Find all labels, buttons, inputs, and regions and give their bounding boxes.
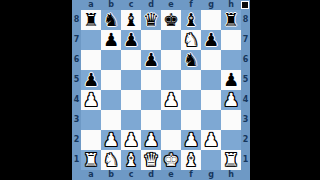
piece-white-bishop: ♝ [123,150,139,170]
square-c2[interactable]: ♟ [121,130,141,150]
square-b1[interactable]: ♞ [101,150,121,170]
piece-black-knight: ♞ [103,10,119,30]
rank-label-4: 4 [72,90,81,110]
piece-white-bishop: ♝ [183,150,199,170]
rank-label-2: 2 [72,130,81,150]
rank-label-2: 2 [241,130,250,150]
square-c1[interactable]: ♝ [121,150,141,170]
square-f7[interactable]: ♞ [181,30,201,50]
square-e2[interactable] [161,130,181,150]
rank-label-1: 1 [72,150,81,170]
file-label-c: c [121,0,141,10]
file-label-h: h [221,0,241,10]
file-label-g: g [201,0,221,10]
piece-white-knight: ♞ [183,30,199,50]
square-b4[interactable] [101,90,121,110]
square-g5[interactable] [201,70,221,90]
square-g2[interactable]: ♟ [201,130,221,150]
square-h4[interactable]: ♟ [221,90,241,110]
square-h6[interactable] [221,50,241,70]
square-a4[interactable]: ♟ [81,90,101,110]
piece-black-pawn: ♟ [103,30,119,50]
square-c3[interactable] [121,110,141,130]
square-a3[interactable] [81,110,101,130]
piece-white-pawn: ♟ [203,130,219,150]
square-g7[interactable]: ♟ [201,30,221,50]
piece-black-pawn: ♟ [123,30,139,50]
square-f8[interactable]: ♝ [181,10,201,30]
rank-labels-right: 87654321 [241,10,250,170]
square-f3[interactable] [181,110,201,130]
square-g1[interactable] [201,150,221,170]
square-d8[interactable]: ♛ [141,10,161,30]
video-frame: abcdefgh 87654321 87654321 abcdefgh ♜♞♝♛… [0,0,320,180]
file-label-d: d [141,170,161,180]
square-g8[interactable] [201,10,221,30]
rank-labels-left: 87654321 [72,10,81,170]
square-a2[interactable] [81,130,101,150]
file-labels-bottom: abcdefgh [81,170,241,180]
rank-label-8: 8 [241,10,250,30]
file-label-g: g [201,170,221,180]
square-e5[interactable] [161,70,181,90]
square-a6[interactable] [81,50,101,70]
file-label-e: e [161,170,181,180]
rank-label-3: 3 [241,110,250,130]
square-e1[interactable]: ♚ [161,150,181,170]
square-h8[interactable]: ♜ [221,10,241,30]
square-b6[interactable] [101,50,121,70]
rank-label-5: 5 [241,70,250,90]
square-g6[interactable] [201,50,221,70]
piece-white-pawn: ♟ [83,90,99,110]
file-label-f: f [181,170,201,180]
square-a7[interactable] [81,30,101,50]
square-b7[interactable]: ♟ [101,30,121,50]
square-d4[interactable] [141,90,161,110]
rank-label-6: 6 [72,50,81,70]
square-c4[interactable] [121,90,141,110]
piece-white-knight: ♞ [103,150,119,170]
square-g3[interactable] [201,110,221,130]
square-f6[interactable]: ♞ [181,50,201,70]
piece-white-pawn: ♟ [103,130,119,150]
piece-black-pawn: ♟ [203,30,219,50]
square-h5[interactable]: ♟ [221,70,241,90]
file-label-h: h [221,170,241,180]
piece-black-king: ♚ [163,10,179,30]
piece-black-rook: ♜ [83,10,99,30]
square-b8[interactable]: ♞ [101,10,121,30]
piece-black-bishop: ♝ [183,10,199,30]
square-a1[interactable]: ♜ [81,150,101,170]
square-f5[interactable] [181,70,201,90]
square-b3[interactable] [101,110,121,130]
rank-label-3: 3 [72,110,81,130]
rank-label-7: 7 [241,30,250,50]
piece-white-king: ♚ [163,150,179,170]
piece-black-knight: ♞ [183,50,199,70]
file-label-d: d [141,0,161,10]
piece-black-pawn: ♟ [143,50,159,70]
piece-white-pawn: ♟ [143,130,159,150]
square-e3[interactable] [161,110,181,130]
square-e4[interactable]: ♟ [161,90,181,110]
square-h7[interactable] [221,30,241,50]
piece-white-rook: ♜ [223,150,239,170]
piece-black-pawn: ♟ [223,70,239,90]
square-e6[interactable] [161,50,181,70]
chess-board-frame: abcdefgh 87654321 87654321 abcdefgh ♜♞♝♛… [72,0,250,180]
rank-label-6: 6 [241,50,250,70]
piece-black-bishop: ♝ [123,10,139,30]
square-h3[interactable] [221,110,241,130]
piece-white-pawn: ♟ [123,130,139,150]
square-e7[interactable] [161,30,181,50]
square-d6[interactable]: ♟ [141,50,161,70]
square-f2[interactable]: ♟ [181,130,201,150]
square-a8[interactable]: ♜ [81,10,101,30]
rank-label-1: 1 [241,150,250,170]
square-d3[interactable] [141,110,161,130]
file-labels-top: abcdefgh [81,0,241,10]
piece-black-queen: ♛ [143,10,159,30]
square-b5[interactable] [101,70,121,90]
file-label-e: e [161,0,181,10]
square-d7[interactable] [141,30,161,50]
square-h1[interactable]: ♜ [221,150,241,170]
square-b2[interactable]: ♟ [101,130,121,150]
rank-label-5: 5 [72,70,81,90]
square-h2[interactable] [221,130,241,150]
piece-black-rook: ♜ [223,10,239,30]
square-c5[interactable] [121,70,141,90]
square-c8[interactable]: ♝ [121,10,141,30]
rank-label-7: 7 [72,30,81,50]
square-d5[interactable] [141,70,161,90]
file-label-b: b [101,0,121,10]
piece-white-pawn: ♟ [163,90,179,110]
file-label-a: a [81,170,101,180]
piece-white-queen: ♛ [143,150,159,170]
square-e8[interactable]: ♚ [161,10,181,30]
file-label-f: f [181,0,201,10]
piece-black-pawn: ♟ [83,70,99,90]
square-c7[interactable]: ♟ [121,30,141,50]
square-d1[interactable]: ♛ [141,150,161,170]
square-d2[interactable]: ♟ [141,130,161,150]
square-f1[interactable]: ♝ [181,150,201,170]
rank-label-4: 4 [241,90,250,110]
file-label-a: a [81,0,101,10]
square-g4[interactable] [201,90,221,110]
piece-white-rook: ♜ [83,150,99,170]
file-label-c: c [121,170,141,180]
chess-board: ♜♞♝♛♚♝♜♟♟♞♟♟♞♟♟♟♟♟♟♟♟♟♟♜♞♝♛♚♝♜ [81,10,241,170]
black-to-move-indicator [241,1,249,9]
square-f4[interactable] [181,90,201,110]
piece-white-pawn: ♟ [183,130,199,150]
piece-white-pawn: ♟ [223,90,239,110]
square-c6[interactable] [121,50,141,70]
rank-label-8: 8 [72,10,81,30]
file-label-b: b [101,170,121,180]
square-a5[interactable]: ♟ [81,70,101,90]
